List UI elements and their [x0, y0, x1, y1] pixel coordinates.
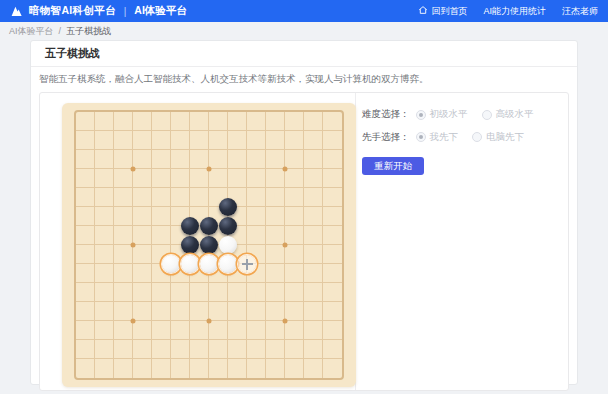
star-point [207, 167, 212, 172]
board-cell[interactable] [95, 169, 114, 188]
star-point [283, 243, 288, 248]
board-cell[interactable] [247, 359, 266, 378]
board-cell[interactable] [209, 302, 228, 321]
board-cell[interactable] [228, 169, 247, 188]
board-cell[interactable] [171, 112, 190, 131]
board-cell[interactable] [114, 169, 133, 188]
board-cell[interactable] [323, 283, 342, 302]
board-cell[interactable] [152, 169, 171, 188]
board-cell[interactable] [266, 283, 285, 302]
board-cell[interactable] [323, 302, 342, 321]
board-cell[interactable] [76, 264, 95, 283]
top-navbar: 暗物智AI科创平台 | AI体验平台 回到首页AI能力使用统计汪杰老师 [0, 0, 608, 22]
board-cell[interactable] [114, 283, 133, 302]
board-cell[interactable] [228, 302, 247, 321]
board-cell[interactable] [190, 188, 209, 207]
board-cell[interactable] [152, 359, 171, 378]
board-cell[interactable] [285, 169, 304, 188]
board-cell[interactable] [323, 321, 342, 340]
board-cell[interactable] [114, 359, 133, 378]
black-stone [219, 198, 237, 216]
board-cell[interactable] [266, 302, 285, 321]
board-cell[interactable] [304, 226, 323, 245]
board-cell[interactable] [76, 321, 95, 340]
board-cell[interactable] [171, 321, 190, 340]
board-cell[interactable] [171, 188, 190, 207]
board-cell[interactable] [152, 112, 171, 131]
board-cell[interactable] [133, 302, 152, 321]
board-cell[interactable] [323, 169, 342, 188]
board-cell[interactable] [285, 245, 304, 264]
board-cell[interactable] [114, 112, 133, 131]
radio-label: 电脑先下 [486, 131, 524, 144]
board-cell[interactable] [190, 340, 209, 359]
board-cell[interactable] [323, 359, 342, 378]
board-cell[interactable] [76, 245, 95, 264]
board-cell[interactable] [209, 112, 228, 131]
board-cell[interactable] [95, 112, 114, 131]
board-cell[interactable] [114, 226, 133, 245]
page-title: 五子棋挑战 [31, 41, 577, 67]
black-stone [200, 217, 218, 235]
board-cell[interactable] [323, 207, 342, 226]
board-cell[interactable] [133, 245, 152, 264]
gomoku-board[interactable] [62, 103, 356, 387]
board-cell[interactable] [76, 283, 95, 302]
board-cell[interactable] [190, 359, 209, 378]
white-stone-highlighted [181, 255, 199, 273]
board-cell[interactable] [152, 302, 171, 321]
board-cell[interactable] [171, 131, 190, 150]
board-cell[interactable] [152, 283, 171, 302]
radio-label: 高级水平 [496, 108, 534, 121]
brand-secondary-title: AI体验平台 [134, 4, 187, 18]
board-lattice [74, 110, 344, 380]
board-cell[interactable] [266, 264, 285, 283]
board-cell[interactable] [304, 264, 323, 283]
board-cell[interactable] [247, 340, 266, 359]
breadcrumb-separator: / [59, 26, 62, 36]
black-stone [181, 236, 199, 254]
home-icon [418, 5, 428, 17]
white-stone-highlighted [219, 255, 237, 273]
difficulty-row: 难度选择： 初级水平高级水平 [362, 108, 562, 122]
board-cell[interactable] [133, 150, 152, 169]
board-cell[interactable] [323, 226, 342, 245]
star-point [283, 167, 288, 172]
board-cell[interactable] [114, 340, 133, 359]
board-cell[interactable] [76, 131, 95, 150]
board-cell[interactable] [114, 188, 133, 207]
board-cell[interactable] [266, 321, 285, 340]
brand-divider: | [124, 6, 127, 17]
board-cell[interactable] [285, 131, 304, 150]
board-cell[interactable] [152, 188, 171, 207]
board-cell[interactable] [171, 359, 190, 378]
board-cell[interactable] [152, 321, 171, 340]
board-cell[interactable] [266, 150, 285, 169]
star-point [283, 319, 288, 324]
board-cell[interactable] [190, 321, 209, 340]
board-cell[interactable] [114, 321, 133, 340]
board-cell[interactable] [95, 264, 114, 283]
board-cell[interactable] [247, 169, 266, 188]
board-cell[interactable] [304, 112, 323, 131]
nav-link-1[interactable]: 回到首页 [418, 5, 467, 18]
nav-link-2[interactable]: AI能力使用统计 [483, 5, 546, 18]
radio-difficulty-2[interactable]: 高级水平 [482, 108, 534, 121]
board-cell[interactable] [285, 112, 304, 131]
board-cell[interactable] [190, 169, 209, 188]
board-cell[interactable] [285, 207, 304, 226]
brand-primary-title: 暗物智AI科创平台 [29, 4, 116, 18]
board-cell[interactable] [209, 340, 228, 359]
board-cell[interactable] [304, 302, 323, 321]
board-cell[interactable] [133, 283, 152, 302]
black-stone [200, 236, 218, 254]
board-cell[interactable] [266, 131, 285, 150]
board-cell[interactable] [228, 321, 247, 340]
board-cell[interactable] [266, 112, 285, 131]
board-cell[interactable] [76, 150, 95, 169]
black-stone [219, 217, 237, 235]
board-cell[interactable] [190, 150, 209, 169]
board-cell[interactable] [114, 264, 133, 283]
board-cell[interactable] [133, 131, 152, 150]
board-cell[interactable] [95, 226, 114, 245]
board-cell[interactable] [209, 169, 228, 188]
board-cell[interactable] [304, 283, 323, 302]
board-cell[interactable] [266, 188, 285, 207]
board-cell[interactable] [266, 245, 285, 264]
board-cell[interactable] [190, 112, 209, 131]
board-cell[interactable] [209, 131, 228, 150]
board-cell[interactable] [133, 112, 152, 131]
radio-label: 初级水平 [430, 108, 468, 121]
star-point [131, 243, 136, 248]
board-cell[interactable] [285, 150, 304, 169]
board-cell[interactable] [285, 321, 304, 340]
radio-first_move-1[interactable]: 我先下 [416, 131, 459, 144]
board-cell[interactable] [323, 112, 342, 131]
restart-button[interactable]: 重新开始 [362, 157, 424, 175]
board-cell[interactable] [171, 302, 190, 321]
board-cell[interactable] [285, 283, 304, 302]
board-cell[interactable] [247, 226, 266, 245]
breadcrumb-item-1[interactable]: AI体验平台 [9, 25, 54, 38]
board-cell[interactable] [76, 359, 95, 378]
board-cell[interactable] [247, 131, 266, 150]
radio-selected-icon [416, 132, 426, 142]
board-cell[interactable] [76, 340, 95, 359]
board-cell[interactable] [266, 207, 285, 226]
board-cell[interactable] [133, 188, 152, 207]
white-stone [219, 236, 237, 254]
board-cell[interactable] [171, 340, 190, 359]
board-cell[interactable] [304, 340, 323, 359]
nav-link-label: 汪杰老师 [562, 5, 598, 18]
board-cell[interactable] [95, 340, 114, 359]
board-cell[interactable] [95, 188, 114, 207]
board-cell[interactable] [152, 131, 171, 150]
board-cell[interactable] [152, 226, 171, 245]
white-stone-highlighted [162, 255, 180, 273]
board-cell[interactable] [266, 226, 285, 245]
breadcrumb: AI体验平台/五子棋挑战 [0, 22, 608, 40]
radio-unselected-icon [482, 110, 492, 120]
black-stone [181, 217, 199, 235]
board-cell[interactable] [285, 340, 304, 359]
board-cell[interactable] [285, 302, 304, 321]
board-cell[interactable] [304, 245, 323, 264]
board-cell[interactable] [209, 359, 228, 378]
radio-label: 我先下 [430, 131, 459, 144]
board-cell[interactable] [304, 321, 323, 340]
board-cell[interactable] [228, 150, 247, 169]
board-cell[interactable] [209, 150, 228, 169]
breadcrumb-item-2: 五子棋挑战 [66, 25, 111, 38]
board-cell[interactable] [95, 131, 114, 150]
content-card: 五子棋挑战 智能五子棋系统，融合人工智能技术、人机交互技术等新技术，实现人与计算… [30, 40, 578, 385]
board-cell[interactable] [114, 207, 133, 226]
board-cell[interactable] [304, 188, 323, 207]
board-cell[interactable] [285, 359, 304, 378]
board-cell[interactable] [247, 112, 266, 131]
board-cell[interactable] [114, 131, 133, 150]
first-move-label: 先手选择： [362, 131, 410, 144]
board-cell[interactable] [304, 169, 323, 188]
board-cell[interactable] [95, 150, 114, 169]
star-point [131, 319, 136, 324]
board-cell[interactable] [171, 283, 190, 302]
board-cell[interactable] [247, 150, 266, 169]
board-cell[interactable] [304, 131, 323, 150]
board-cell[interactable] [285, 188, 304, 207]
board-cell[interactable] [266, 340, 285, 359]
radio-first_move-2[interactable]: 电脑先下 [472, 131, 524, 144]
game-panel: 难度选择： 初级水平高级水平 先手选择： 我先下电脑先下 重新开始 [39, 92, 569, 391]
board-cell[interactable] [266, 359, 285, 378]
board-cell[interactable] [209, 321, 228, 340]
radio-selected-icon [416, 110, 426, 120]
board-cell[interactable] [95, 245, 114, 264]
nav-link-3[interactable]: 汪杰老师 [562, 5, 598, 18]
board-cell[interactable] [95, 359, 114, 378]
board-cell[interactable] [304, 150, 323, 169]
board-cell[interactable] [95, 283, 114, 302]
board-cell[interactable] [228, 340, 247, 359]
nav-link-label: AI能力使用统计 [483, 5, 546, 18]
board-cell[interactable] [228, 112, 247, 131]
board-cell[interactable] [95, 302, 114, 321]
board-cell[interactable] [323, 188, 342, 207]
radio-unselected-icon [472, 132, 482, 142]
navbar-brand: 暗物智AI科创平台 | AI体验平台 [10, 4, 187, 18]
controls-area: 难度选择： 初级水平高级水平 先手选择： 我先下电脑先下 重新开始 [356, 93, 568, 390]
brand-logo-icon [10, 5, 23, 17]
nav-link-label: 回到首页 [431, 5, 467, 18]
board-cell[interactable] [247, 283, 266, 302]
board-cell[interactable] [323, 340, 342, 359]
difficulty-options: 初级水平高级水平 [416, 108, 548, 122]
board-cell[interactable] [133, 264, 152, 283]
board-cell[interactable] [95, 321, 114, 340]
board-cell[interactable] [133, 169, 152, 188]
board-cell[interactable] [133, 321, 152, 340]
board-cell[interactable] [76, 169, 95, 188]
app-root: 暗物智AI科创平台 | AI体验平台 回到首页AI能力使用统计汪杰老师 AI体验… [0, 0, 608, 385]
board-cell[interactable] [266, 169, 285, 188]
board-cell[interactable] [228, 359, 247, 378]
board-cell[interactable] [304, 359, 323, 378]
board-cell[interactable] [190, 283, 209, 302]
move-cursor-highlight[interactable] [238, 255, 256, 273]
board-cell[interactable] [247, 207, 266, 226]
board-cell[interactable] [133, 207, 152, 226]
board-cell[interactable] [133, 359, 152, 378]
board-cell[interactable] [171, 169, 190, 188]
board-cell[interactable] [76, 226, 95, 245]
board-cell[interactable] [152, 150, 171, 169]
board-cell[interactable] [76, 302, 95, 321]
star-point [131, 167, 136, 172]
board-cell[interactable] [133, 226, 152, 245]
board-cell[interactable] [228, 283, 247, 302]
board-cell[interactable] [152, 340, 171, 359]
board-cell[interactable] [114, 302, 133, 321]
board-cell[interactable] [285, 226, 304, 245]
difficulty-label: 难度选择： [362, 108, 410, 121]
star-point [207, 319, 212, 324]
navbar-links: 回到首页AI能力使用统计汪杰老师 [418, 5, 598, 18]
board-cell[interactable] [247, 188, 266, 207]
board-cell[interactable] [190, 302, 209, 321]
board-cell[interactable] [323, 245, 342, 264]
board-cell[interactable] [323, 131, 342, 150]
board-cell[interactable] [114, 150, 133, 169]
board-cell[interactable] [133, 340, 152, 359]
board-cell[interactable] [247, 321, 266, 340]
board-cell[interactable] [228, 131, 247, 150]
board-cell[interactable] [285, 264, 304, 283]
board-cell[interactable] [76, 112, 95, 131]
board-cell[interactable] [171, 150, 190, 169]
board-cell[interactable] [95, 207, 114, 226]
board-cell[interactable] [323, 150, 342, 169]
board-cell[interactable] [76, 207, 95, 226]
board-area [40, 93, 356, 390]
white-stone-highlighted [200, 255, 218, 273]
board-cell[interactable] [323, 264, 342, 283]
page-description: 智能五子棋系统，融合人工智能技术、人机交互技术等新技术，实现人与计算机的双方博弈… [31, 67, 577, 92]
first-move-row: 先手选择： 我先下电脑先下 [362, 131, 562, 145]
board-cell[interactable] [209, 283, 228, 302]
board-cell[interactable] [152, 207, 171, 226]
first-move-options: 我先下电脑先下 [416, 131, 539, 145]
board-cell[interactable] [114, 245, 133, 264]
board-cell[interactable] [76, 188, 95, 207]
board-cell[interactable] [304, 207, 323, 226]
radio-difficulty-1[interactable]: 初级水平 [416, 108, 468, 121]
board-cell[interactable] [190, 131, 209, 150]
board-cell[interactable] [247, 302, 266, 321]
